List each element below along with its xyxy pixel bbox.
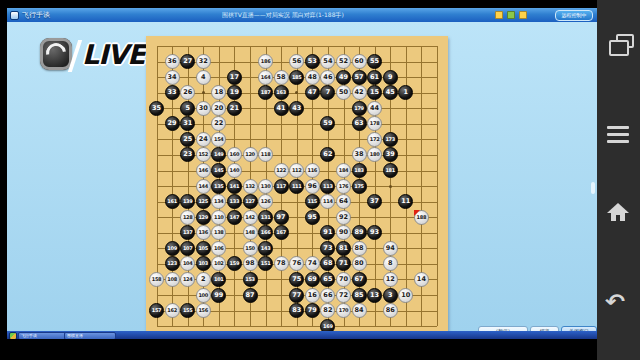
- move-number: 68: [323, 260, 332, 267]
- stone-white-106: 106: [211, 241, 226, 256]
- stone-white-160: 160: [227, 147, 242, 162]
- stone-white-32: 32: [196, 54, 211, 69]
- move-number: 131: [261, 214, 271, 221]
- move-number: 187: [261, 89, 271, 96]
- stone-black-141: 141: [227, 179, 242, 194]
- move-number: 18: [214, 89, 223, 96]
- move-number: 8: [388, 260, 393, 267]
- stone-black-117: 117: [274, 179, 289, 194]
- stone-white-82: 82: [320, 303, 335, 318]
- tray-icon[interactable]: [495, 11, 503, 19]
- move-number: 72: [339, 292, 348, 299]
- move-number: 144: [198, 183, 208, 190]
- move-number: 36: [168, 58, 177, 65]
- move-number: 39: [386, 151, 395, 158]
- move-number: 107: [183, 245, 193, 252]
- stone-white-20: 20: [211, 101, 226, 116]
- move-number: 112: [292, 167, 302, 174]
- move-number: 10: [401, 292, 410, 299]
- stone-white-38: 38: [352, 147, 367, 162]
- move-number: 63: [354, 120, 363, 127]
- stone-white-80: 80: [352, 256, 367, 271]
- stone-white-158: 158: [149, 272, 164, 287]
- stone-white-188: 188: [414, 210, 429, 225]
- move-number: 38: [354, 151, 363, 158]
- stone-black-21: 21: [227, 101, 242, 116]
- move-number: 159: [230, 260, 240, 267]
- stone-black-49: 49: [336, 70, 351, 85]
- stone-black-109: 109: [165, 241, 180, 256]
- move-number: 53: [308, 58, 317, 65]
- stone-black-73: 73: [320, 241, 335, 256]
- move-number: 173: [385, 136, 395, 143]
- move-number: 54: [323, 58, 332, 65]
- stone-black-95: 95: [305, 210, 320, 225]
- move-number: 76: [292, 260, 301, 267]
- move-number: 13: [370, 292, 379, 299]
- stone-white-134: 134: [211, 194, 226, 209]
- stone-white-96: 96: [305, 179, 320, 194]
- move-number: 106: [214, 245, 224, 252]
- stone-white-34: 34: [165, 70, 180, 85]
- stone-white-60: 60: [352, 54, 367, 69]
- move-number: 108: [167, 276, 177, 283]
- stone-white-154: 154: [211, 132, 226, 147]
- stone-black-55: 55: [367, 54, 382, 69]
- stone-black-155: 155: [180, 303, 195, 318]
- stone-black-113: 113: [320, 179, 335, 194]
- stone-black-159: 159: [227, 256, 242, 271]
- move-number: 95: [308, 214, 317, 221]
- move-number: 116: [308, 167, 318, 174]
- move-number: 110: [214, 214, 224, 221]
- move-number: 27: [183, 58, 192, 65]
- move-number: 186: [261, 58, 271, 65]
- stone-black-185: 185: [289, 70, 304, 85]
- taskbar-item[interactable]: 围棋直播: [64, 332, 116, 339]
- move-number: 176: [339, 183, 349, 190]
- move-number: 169: [323, 323, 333, 330]
- move-number: 4: [201, 74, 206, 81]
- stone-white-102: 102: [211, 256, 226, 271]
- stone-white-36: 36: [165, 54, 180, 69]
- move-number: 93: [370, 229, 379, 236]
- stone-white-110: 110: [211, 210, 226, 225]
- move-number: 58: [277, 74, 286, 81]
- stone-black-62: 62: [320, 147, 335, 162]
- stone-black-33: 33: [165, 85, 180, 100]
- move-number: 124: [183, 276, 193, 283]
- mirrored-pc-screen: 飞行手谈 围棋TV直播——对局实况 黑白对弈(1-188手) 远程控制中 LIV…: [7, 8, 597, 339]
- stone-white-8: 8: [383, 256, 398, 271]
- stone-white-180: 180: [367, 147, 382, 162]
- stone-black-63: 63: [352, 116, 367, 131]
- move-number: 5: [185, 105, 190, 112]
- move-number: 160: [230, 151, 240, 158]
- stone-black-67: 67: [352, 272, 367, 287]
- stone-black-133: 133: [227, 194, 242, 209]
- stone-white-120: 120: [243, 147, 258, 162]
- move-number: 133: [230, 198, 240, 205]
- move-number: 20: [214, 105, 223, 112]
- stone-black-99: 99: [211, 288, 226, 303]
- move-number: 19: [230, 89, 239, 96]
- stone-black-3: 3: [383, 288, 398, 303]
- move-number: 98: [245, 260, 254, 267]
- move-number: 3: [388, 292, 393, 299]
- move-number: 139: [183, 198, 193, 205]
- window-titlebar[interactable]: 飞行手谈 围棋TV直播——对局实况 黑白对弈(1-188手) 远程控制中: [7, 8, 597, 23]
- stone-black-187: 187: [258, 85, 273, 100]
- move-number: 156: [198, 307, 208, 314]
- stone-white-48: 48: [305, 70, 320, 85]
- tray-icon[interactable]: [519, 11, 527, 19]
- move-number: 12: [386, 276, 395, 283]
- move-number: 147: [230, 214, 240, 221]
- grid-line: [157, 326, 437, 327]
- move-number: 148: [245, 229, 255, 236]
- stone-black-47: 47: [305, 85, 320, 100]
- move-number: 56: [292, 58, 301, 65]
- stone-white-10: 10: [398, 288, 413, 303]
- move-number: 48: [308, 74, 317, 81]
- move-number: 2: [201, 276, 206, 283]
- stone-black-37: 37: [367, 194, 382, 209]
- stone-black-181: 181: [383, 163, 398, 178]
- move-number: 24: [199, 136, 208, 143]
- move-number: 33: [168, 89, 177, 96]
- move-number: 135: [214, 183, 224, 190]
- stone-black-53: 53: [305, 54, 320, 69]
- stone-white-70: 70: [336, 272, 351, 287]
- move-number: 35: [152, 105, 161, 112]
- stone-white-90: 90: [336, 225, 351, 240]
- stone-white-58: 58: [274, 70, 289, 85]
- stone-black-25: 25: [180, 132, 195, 147]
- stone-white-54: 54: [320, 54, 335, 69]
- move-number: 50: [339, 89, 348, 96]
- stone-white-128: 128: [180, 210, 195, 225]
- stone-white-24: 24: [196, 132, 211, 147]
- move-number: 43: [292, 105, 301, 112]
- move-number: 130: [261, 183, 271, 190]
- stone-black-45: 45: [383, 85, 398, 100]
- move-number: 62: [323, 151, 332, 158]
- move-number: 105: [198, 245, 208, 252]
- stone-white-162: 162: [165, 303, 180, 318]
- move-number: 41: [277, 105, 286, 112]
- stone-white-176: 176: [336, 179, 351, 194]
- last-move-marker: [414, 210, 420, 216]
- move-number: 29: [168, 120, 177, 127]
- move-number: 122: [276, 167, 286, 174]
- move-number: 141: [230, 183, 240, 190]
- move-number: 17: [230, 74, 239, 81]
- move-number: 64: [339, 198, 348, 205]
- stone-black-1: 1: [398, 85, 413, 100]
- stone-white-4: 4: [196, 70, 211, 85]
- move-number: 22: [214, 120, 223, 127]
- move-number: 113: [323, 183, 333, 190]
- move-number: 143: [261, 245, 271, 252]
- move-number: 57: [354, 74, 363, 81]
- stone-white-76: 76: [289, 256, 304, 271]
- stone-white-122: 122: [274, 163, 289, 178]
- stone-black-7: 7: [320, 85, 335, 100]
- move-number: 166: [261, 229, 271, 236]
- stone-black-103: 103: [196, 256, 211, 271]
- stone-white-132: 132: [243, 179, 258, 194]
- stone-black-173: 173: [383, 132, 398, 147]
- move-number: 30: [199, 105, 208, 112]
- stone-white-72: 72: [336, 288, 351, 303]
- stone-black-149: 149: [211, 147, 226, 162]
- move-number: 83: [292, 307, 301, 314]
- taskbar[interactable]: 飞行手谈 围棋直播: [7, 331, 597, 339]
- move-number: 149: [214, 151, 224, 158]
- camera-lens-icon: [40, 38, 72, 70]
- stone-black-175: 175: [352, 179, 367, 194]
- scrollbar-thumb[interactable]: [591, 182, 595, 194]
- stone-black-27: 27: [180, 54, 195, 69]
- stone-white-164: 164: [258, 70, 273, 85]
- stone-black-105: 105: [196, 241, 211, 256]
- move-number: 37: [370, 198, 379, 205]
- start-button[interactable]: [9, 332, 17, 339]
- stone-black-183: 183: [352, 163, 367, 178]
- move-number: 99: [214, 292, 223, 299]
- stone-black-11: 11: [398, 194, 413, 209]
- move-number: 104: [183, 260, 193, 267]
- move-number: 46: [323, 74, 332, 81]
- android-nav-sidebar: ↶: [597, 0, 640, 360]
- stone-white-178: 178: [367, 116, 382, 131]
- move-number: 126: [261, 198, 271, 205]
- stone-white-118: 118: [258, 147, 273, 162]
- stone-black-91: 91: [320, 225, 335, 240]
- stone-black-57: 57: [352, 70, 367, 85]
- move-number: 153: [245, 276, 255, 283]
- move-number: 16: [308, 292, 317, 299]
- move-number: 115: [308, 198, 318, 205]
- star-point: [202, 91, 205, 94]
- stone-black-101: 101: [211, 272, 226, 287]
- stone-white-86: 86: [383, 303, 398, 318]
- move-number: 137: [183, 229, 193, 236]
- stone-black-23: 23: [180, 147, 195, 162]
- move-number: 34: [168, 74, 177, 81]
- move-number: 85: [354, 292, 363, 299]
- move-number: 21: [230, 105, 239, 112]
- move-number: 32: [199, 58, 208, 65]
- move-number: 146: [198, 167, 208, 174]
- stone-black-163: 163: [274, 85, 289, 100]
- go-board: 3627321865653545260553441716458185484649…: [146, 36, 448, 336]
- stone-black-83: 83: [289, 303, 304, 318]
- move-number: 97: [277, 214, 286, 221]
- move-number: 134: [214, 198, 224, 205]
- move-number: 52: [339, 58, 348, 65]
- stone-black-43: 43: [289, 101, 304, 116]
- move-number: 184: [339, 167, 349, 174]
- titlebar-center-text: 围棋TV直播——对局实况 黑白对弈(1-188手): [222, 11, 452, 19]
- stone-black-107: 107: [180, 241, 195, 256]
- stone-white-26: 26: [180, 85, 195, 100]
- live-label: LIVE: [82, 39, 145, 70]
- stone-black-75: 75: [289, 272, 304, 287]
- stone-white-16: 16: [305, 288, 320, 303]
- move-number: 15: [370, 89, 379, 96]
- move-number: 71: [339, 260, 348, 267]
- stone-white-84: 84: [352, 303, 367, 318]
- move-number: 109: [167, 245, 177, 252]
- move-number: 145: [214, 167, 224, 174]
- star-point: [295, 91, 298, 94]
- remote-badge[interactable]: 远程控制中: [555, 10, 593, 21]
- stone-white-88: 88: [352, 241, 367, 256]
- stone-white-108: 108: [165, 272, 180, 287]
- titlebar-tray-icons[interactable]: [495, 11, 527, 19]
- stone-white-138: 138: [211, 225, 226, 240]
- move-number: 163: [276, 89, 286, 96]
- move-number: 102: [214, 260, 224, 267]
- taskbar-item[interactable]: 飞行手谈: [18, 332, 66, 339]
- move-number: 151: [261, 260, 271, 267]
- back-icon[interactable]: ↶: [605, 289, 625, 314]
- stone-black-65: 65: [320, 272, 335, 287]
- stone-white-66: 66: [320, 288, 335, 303]
- stone-black-147: 147: [227, 210, 242, 225]
- move-number: 60: [354, 58, 363, 65]
- move-number: 152: [198, 151, 208, 158]
- move-number: 69: [308, 276, 317, 283]
- move-number: 88: [354, 245, 363, 252]
- move-number: 66: [323, 292, 332, 299]
- move-number: 185: [292, 74, 302, 81]
- move-number: 94: [386, 245, 395, 252]
- move-number: 81: [339, 245, 348, 252]
- stone-white-56: 56: [289, 54, 304, 69]
- move-number: 79: [308, 307, 317, 314]
- stone-white-104: 104: [180, 256, 195, 271]
- move-number: 82: [323, 307, 332, 314]
- stone-white-156: 156: [196, 303, 211, 318]
- move-number: 90: [339, 229, 348, 236]
- stone-black-97: 97: [274, 210, 289, 225]
- move-number: 42: [354, 89, 363, 96]
- move-number: 128: [183, 214, 193, 221]
- stone-white-152: 152: [196, 147, 211, 162]
- stone-black-129: 129: [196, 210, 211, 225]
- move-number: 118: [261, 151, 271, 158]
- stone-white-126: 126: [258, 194, 273, 209]
- stone-white-112: 112: [289, 163, 304, 178]
- stone-black-81: 81: [336, 241, 351, 256]
- move-number: 70: [339, 276, 348, 283]
- stone-white-50: 50: [336, 85, 351, 100]
- move-number: 142: [245, 214, 255, 221]
- move-number: 67: [354, 276, 363, 283]
- move-number: 120: [245, 151, 255, 158]
- move-number: 7: [326, 89, 331, 96]
- stone-black-41: 41: [274, 101, 289, 116]
- stone-black-35: 35: [149, 101, 164, 116]
- move-number: 158: [152, 276, 162, 283]
- window-title: 飞行手谈: [22, 10, 50, 20]
- move-number: 9: [388, 74, 393, 81]
- stone-black-166: 166: [258, 225, 273, 240]
- stone-black-145: 145: [211, 163, 226, 178]
- move-number: 47: [308, 89, 317, 96]
- move-number: 181: [385, 167, 395, 174]
- grid-line: [437, 46, 438, 326]
- stone-white-148: 148: [243, 225, 258, 240]
- stone-white-114: 114: [320, 194, 335, 209]
- move-number: 103: [198, 260, 208, 267]
- stone-white-74: 74: [305, 256, 320, 271]
- phone-frame: 飞行手谈 围棋TV直播——对局实况 黑白对弈(1-188手) 远程控制中 LIV…: [0, 0, 640, 360]
- move-number: 155: [183, 307, 193, 314]
- stone-black-157: 157: [149, 303, 164, 318]
- move-number: 91: [323, 229, 332, 236]
- move-number: 125: [198, 198, 208, 205]
- move-number: 1: [404, 89, 409, 96]
- move-number: 157: [152, 307, 162, 314]
- stone-white-124: 124: [180, 272, 195, 287]
- stone-white-94: 94: [383, 241, 398, 256]
- stone-black-15: 15: [367, 85, 382, 100]
- move-number: 44: [370, 105, 379, 112]
- move-number: 23: [183, 151, 192, 158]
- stone-black-123: 123: [165, 256, 180, 271]
- stone-black-13: 13: [367, 288, 382, 303]
- stone-black-69: 69: [305, 272, 320, 287]
- stone-black-19: 19: [227, 85, 242, 100]
- move-number: 129: [198, 214, 208, 221]
- move-number: 127: [245, 198, 255, 205]
- stone-black-29: 29: [165, 116, 180, 131]
- stone-white-64: 64: [336, 194, 351, 209]
- stone-white-170: 170: [336, 303, 351, 318]
- stone-black-17: 17: [227, 70, 242, 85]
- move-number: 84: [354, 307, 363, 314]
- stone-black-5: 5: [180, 101, 195, 116]
- stone-black-139: 139: [180, 194, 195, 209]
- stone-black-151: 151: [258, 256, 273, 271]
- move-number: 138: [214, 229, 224, 236]
- stone-white-140: 140: [227, 163, 242, 178]
- stone-white-136: 136: [196, 225, 211, 240]
- stone-black-179: 179: [352, 101, 367, 116]
- stone-black-111: 111: [289, 179, 304, 194]
- move-number: 74: [308, 260, 317, 267]
- move-number: 75: [292, 276, 301, 283]
- stone-black-137: 137: [180, 225, 195, 240]
- move-number: 172: [370, 136, 380, 143]
- menu-icon[interactable]: [607, 126, 629, 147]
- move-number: 154: [214, 136, 224, 143]
- stone-white-18: 18: [211, 85, 226, 100]
- move-number: 86: [386, 307, 395, 314]
- stone-white-146: 146: [196, 163, 211, 178]
- move-number: 164: [261, 74, 271, 81]
- tray-icon[interactable]: [507, 11, 515, 19]
- move-number: 100: [198, 292, 208, 299]
- stone-white-116: 116: [305, 163, 320, 178]
- move-number: 89: [354, 229, 363, 236]
- stone-black-125: 125: [196, 194, 211, 209]
- stone-white-142: 142: [243, 210, 258, 225]
